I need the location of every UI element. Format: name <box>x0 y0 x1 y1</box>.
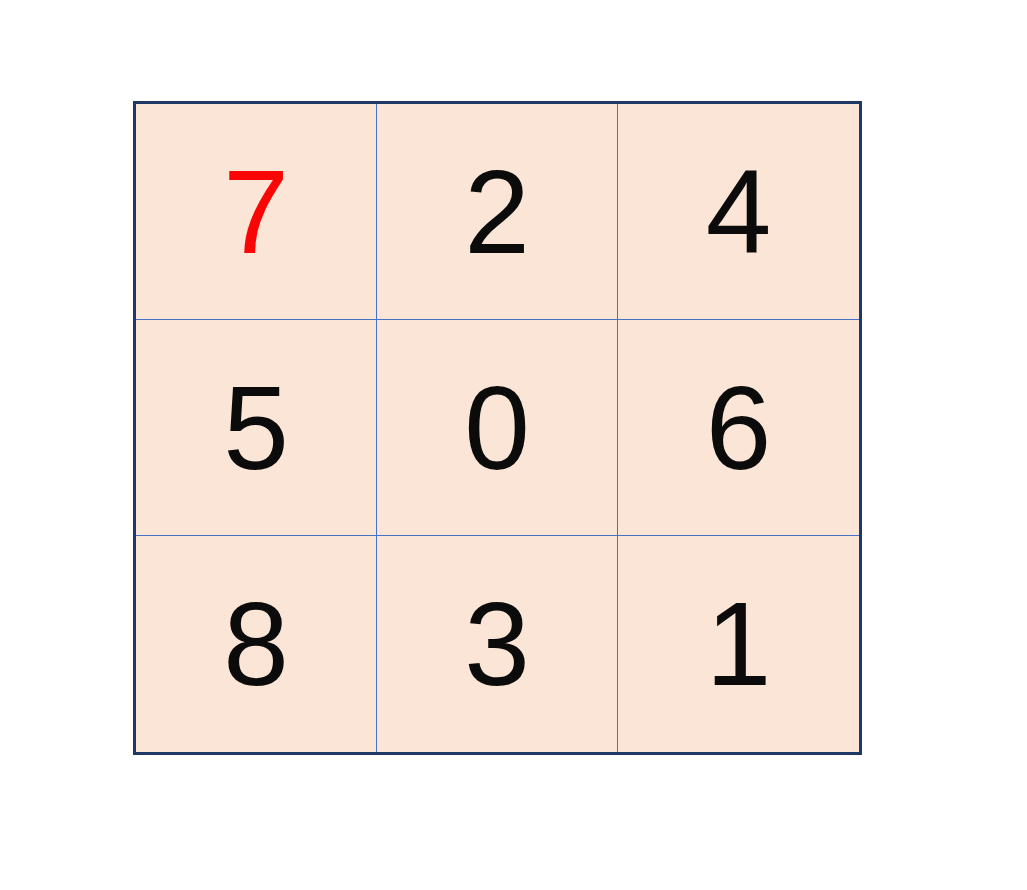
page: 724506831 <box>0 0 1027 890</box>
puzzle-board: 724506831 <box>133 101 862 755</box>
cell-r0c2[interactable]: 4 <box>618 104 859 320</box>
cell-r2c0[interactable]: 8 <box>136 536 377 752</box>
cell-r0c1[interactable]: 2 <box>377 104 618 320</box>
cell-r0c0[interactable]: 7 <box>136 104 377 320</box>
cell-r1c1[interactable]: 0 <box>377 320 618 536</box>
cell-r2c1[interactable]: 3 <box>377 536 618 752</box>
cell-r2c2[interactable]: 1 <box>618 536 859 752</box>
cell-r1c2[interactable]: 6 <box>618 320 859 536</box>
cell-r1c0[interactable]: 5 <box>136 320 377 536</box>
